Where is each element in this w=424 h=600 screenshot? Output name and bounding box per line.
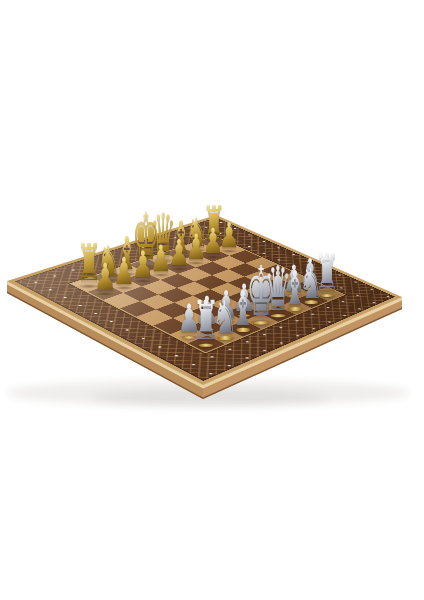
- chess-set-product-photo: ♜♞♝♚♛♝♞♜♟♟♟♟♟♟♟♟♟♟♟♟♟♟♟♟♜♞♝♚♛♝♞♜: [0, 0, 424, 600]
- board-playing-area: [72, 236, 343, 352]
